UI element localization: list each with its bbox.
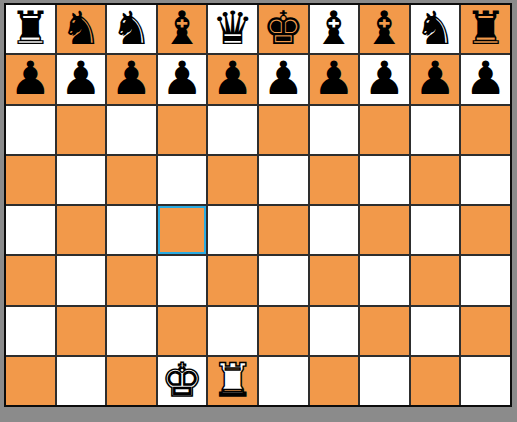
square-d1[interactable]: ♚ bbox=[158, 357, 207, 405]
square-j1[interactable] bbox=[461, 357, 510, 405]
square-c3[interactable] bbox=[107, 256, 156, 304]
square-a1[interactable] bbox=[6, 357, 55, 405]
square-a6[interactable] bbox=[6, 106, 55, 154]
piece-black-pawn-c7[interactable]: ♟ bbox=[111, 55, 152, 101]
square-b6[interactable] bbox=[57, 106, 106, 154]
square-h1[interactable] bbox=[360, 357, 409, 405]
square-b8[interactable]: ♞ bbox=[57, 5, 106, 53]
square-e5[interactable] bbox=[208, 156, 257, 204]
square-i8[interactable]: ♞ bbox=[411, 5, 460, 53]
square-g5[interactable] bbox=[310, 156, 359, 204]
square-a5[interactable] bbox=[6, 156, 55, 204]
square-d2[interactable] bbox=[158, 307, 207, 355]
square-d7[interactable]: ♟ bbox=[158, 55, 207, 103]
piece-black-knight-c8[interactable]: ♞ bbox=[111, 5, 152, 51]
square-i6[interactable] bbox=[411, 106, 460, 154]
piece-black-king-f8[interactable]: ♚ bbox=[263, 5, 304, 51]
highlighted-square-d4[interactable] bbox=[158, 206, 207, 254]
square-j6[interactable] bbox=[461, 106, 510, 154]
square-c8[interactable]: ♞ bbox=[107, 5, 156, 53]
piece-black-pawn-f7[interactable]: ♟ bbox=[263, 55, 304, 101]
square-i4[interactable] bbox=[411, 206, 460, 254]
piece-black-pawn-a7[interactable]: ♟ bbox=[10, 55, 51, 101]
board-margin-background: ♜♞♞♝♛♚♝♝♞♜♟♟♟♟♟♟♟♟♟♟♚♜ bbox=[0, 0, 517, 422]
square-f5[interactable] bbox=[259, 156, 308, 204]
square-b2[interactable] bbox=[57, 307, 106, 355]
square-e8[interactable]: ♛ bbox=[208, 5, 257, 53]
square-b5[interactable] bbox=[57, 156, 106, 204]
piece-white-king-d1[interactable]: ♚ bbox=[161, 357, 202, 403]
square-f2[interactable] bbox=[259, 307, 308, 355]
square-i3[interactable] bbox=[411, 256, 460, 304]
square-b3[interactable] bbox=[57, 256, 106, 304]
square-c1[interactable] bbox=[107, 357, 156, 405]
piece-black-rook-j8[interactable]: ♜ bbox=[465, 5, 506, 51]
square-e2[interactable] bbox=[208, 307, 257, 355]
square-c7[interactable]: ♟ bbox=[107, 55, 156, 103]
square-e1[interactable]: ♜ bbox=[208, 357, 257, 405]
square-g8[interactable]: ♝ bbox=[310, 5, 359, 53]
square-c5[interactable] bbox=[107, 156, 156, 204]
square-h8[interactable]: ♝ bbox=[360, 5, 409, 53]
square-f8[interactable]: ♚ bbox=[259, 5, 308, 53]
square-j3[interactable] bbox=[461, 256, 510, 304]
square-b7[interactable]: ♟ bbox=[57, 55, 106, 103]
square-f6[interactable] bbox=[259, 106, 308, 154]
square-c4[interactable] bbox=[107, 206, 156, 254]
square-h3[interactable] bbox=[360, 256, 409, 304]
square-a8[interactable]: ♜ bbox=[6, 5, 55, 53]
square-i1[interactable] bbox=[411, 357, 460, 405]
square-g7[interactable]: ♟ bbox=[310, 55, 359, 103]
square-d5[interactable] bbox=[158, 156, 207, 204]
square-g4[interactable] bbox=[310, 206, 359, 254]
square-b1[interactable] bbox=[57, 357, 106, 405]
square-b4[interactable] bbox=[57, 206, 106, 254]
square-g2[interactable] bbox=[310, 307, 359, 355]
square-h5[interactable] bbox=[360, 156, 409, 204]
square-g6[interactable] bbox=[310, 106, 359, 154]
square-d3[interactable] bbox=[158, 256, 207, 304]
square-h7[interactable]: ♟ bbox=[360, 55, 409, 103]
square-e3[interactable] bbox=[208, 256, 257, 304]
square-i7[interactable]: ♟ bbox=[411, 55, 460, 103]
square-a4[interactable] bbox=[6, 206, 55, 254]
piece-black-pawn-b7[interactable]: ♟ bbox=[60, 55, 101, 101]
square-a3[interactable] bbox=[6, 256, 55, 304]
piece-black-knight-b8[interactable]: ♞ bbox=[60, 5, 101, 51]
piece-black-pawn-d7[interactable]: ♟ bbox=[161, 55, 202, 101]
square-e6[interactable] bbox=[208, 106, 257, 154]
square-f3[interactable] bbox=[259, 256, 308, 304]
square-h4[interactable] bbox=[360, 206, 409, 254]
chess-board: ♜♞♞♝♛♚♝♝♞♜♟♟♟♟♟♟♟♟♟♟♚♜ bbox=[4, 3, 512, 407]
square-i2[interactable] bbox=[411, 307, 460, 355]
square-j8[interactable]: ♜ bbox=[461, 5, 510, 53]
square-f4[interactable] bbox=[259, 206, 308, 254]
piece-black-pawn-i7[interactable]: ♟ bbox=[414, 55, 455, 101]
piece-black-pawn-h7[interactable]: ♟ bbox=[364, 55, 405, 101]
piece-black-bishop-g8[interactable]: ♝ bbox=[313, 5, 354, 51]
piece-black-pawn-g7[interactable]: ♟ bbox=[313, 55, 354, 101]
square-f1[interactable] bbox=[259, 357, 308, 405]
piece-black-bishop-d8[interactable]: ♝ bbox=[161, 5, 202, 51]
piece-black-queen-e8[interactable]: ♛ bbox=[212, 5, 253, 51]
square-a2[interactable] bbox=[6, 307, 55, 355]
piece-black-knight-i8[interactable]: ♞ bbox=[414, 5, 455, 51]
square-c6[interactable] bbox=[107, 106, 156, 154]
square-i5[interactable] bbox=[411, 156, 460, 204]
square-h2[interactable] bbox=[360, 307, 409, 355]
square-h6[interactable] bbox=[360, 106, 409, 154]
piece-white-rook-e1[interactable]: ♜ bbox=[212, 357, 253, 403]
square-g1[interactable] bbox=[310, 357, 359, 405]
square-c2[interactable] bbox=[107, 307, 156, 355]
piece-black-pawn-j7[interactable]: ♟ bbox=[465, 55, 506, 101]
piece-black-pawn-e7[interactable]: ♟ bbox=[212, 55, 253, 101]
square-d6[interactable] bbox=[158, 106, 207, 154]
square-f7[interactable]: ♟ bbox=[259, 55, 308, 103]
piece-black-bishop-h8[interactable]: ♝ bbox=[364, 5, 405, 51]
piece-black-rook-a8[interactable]: ♜ bbox=[10, 5, 51, 51]
square-j7[interactable]: ♟ bbox=[461, 55, 510, 103]
square-j4[interactable] bbox=[461, 206, 510, 254]
square-d8[interactable]: ♝ bbox=[158, 5, 207, 53]
square-e4[interactable] bbox=[208, 206, 257, 254]
square-g3[interactable] bbox=[310, 256, 359, 304]
square-j5[interactable] bbox=[461, 156, 510, 204]
square-a7[interactable]: ♟ bbox=[6, 55, 55, 103]
square-e7[interactable]: ♟ bbox=[208, 55, 257, 103]
square-j2[interactable] bbox=[461, 307, 510, 355]
